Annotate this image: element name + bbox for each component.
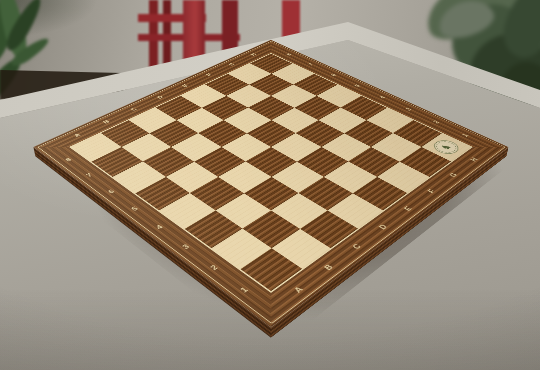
- chessboard: ♞ ABCDEFGH ABCDEFGH 87654321 87654321: [31, 0, 511, 370]
- square-c1: [300, 210, 358, 248]
- square-f2: [348, 147, 399, 177]
- square-a2: [211, 229, 271, 269]
- square-a6: [113, 162, 166, 194]
- square-a5: [135, 177, 189, 211]
- square-d2: [298, 177, 352, 211]
- square-b5: [165, 162, 218, 194]
- board-squares: ♞: [69, 53, 473, 293]
- file-labels-near: ABCDEFGH: [271, 147, 495, 310]
- square-a4: [159, 193, 215, 229]
- knight-icon: ♞: [429, 138, 463, 157]
- square-b3: [215, 193, 271, 229]
- square-d1: [327, 193, 383, 229]
- square-d3: [271, 162, 324, 194]
- square-c4: [218, 162, 271, 194]
- square-b1: [271, 229, 331, 269]
- square-f1: [377, 162, 430, 194]
- rank-labels-left: 87654321: [47, 147, 271, 310]
- chessboard-3d: ♞ ABCDEFGH ABCDEFGH 87654321 87654321: [33, 40, 508, 328]
- square-e3: [297, 147, 348, 177]
- scene: ♞ ABCDEFGH ABCDEFGH 87654321 87654321: [0, 0, 540, 370]
- square-a3: [184, 210, 242, 248]
- square-e2: [324, 162, 377, 194]
- square-c5: [194, 147, 245, 177]
- square-b6: [143, 147, 194, 177]
- square-c2: [271, 193, 327, 229]
- square-e1: [353, 177, 407, 211]
- square-g1: [399, 147, 450, 177]
- square-a7: [91, 147, 142, 177]
- square-a1: [240, 248, 302, 291]
- board-top-face: ♞ ABCDEFGH ABCDEFGH 87654321 87654321: [33, 40, 508, 328]
- square-b4: [189, 177, 243, 211]
- corner-medallion-logo: ♞: [429, 138, 463, 157]
- square-b2: [242, 210, 300, 248]
- square-d4: [245, 147, 296, 177]
- square-c3: [244, 177, 298, 211]
